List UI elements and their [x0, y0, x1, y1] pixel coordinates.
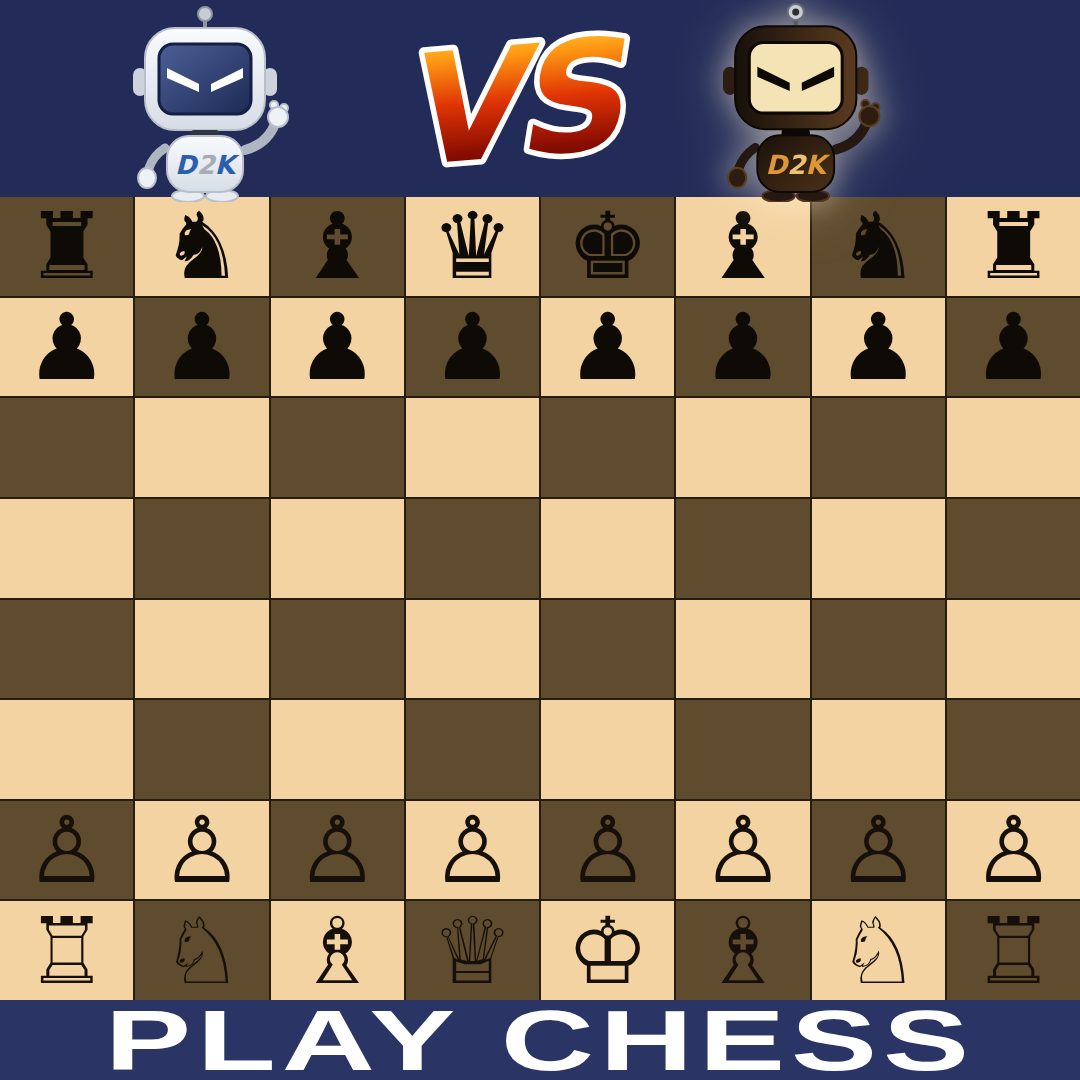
square-b8[interactable]: ♞	[135, 197, 268, 296]
square-f6[interactable]	[676, 398, 809, 497]
piece-black-knight[interactable]: ♞	[837, 201, 919, 293]
piece-black-bishop[interactable]: ♝	[702, 201, 784, 293]
square-c4[interactable]	[271, 600, 404, 699]
piece-white-knight[interactable]: ♘	[161, 906, 243, 998]
square-e7[interactable]: ♟︎	[541, 298, 674, 397]
square-b4[interactable]	[135, 600, 268, 699]
hand-left	[138, 168, 156, 188]
piece-white-rook[interactable]: ♖	[25, 906, 107, 998]
square-b7[interactable]: ♟︎	[135, 298, 268, 397]
square-f2[interactable]: ♙	[676, 801, 809, 900]
square-h3[interactable]	[947, 700, 1080, 799]
square-c6[interactable]	[271, 398, 404, 497]
square-a6[interactable]	[0, 398, 133, 497]
square-g6[interactable]	[812, 398, 945, 497]
square-c1[interactable]: ♗	[271, 901, 404, 1000]
square-g5[interactable]	[812, 499, 945, 598]
square-b2[interactable]: ♙	[135, 801, 268, 900]
square-h4[interactable]	[947, 600, 1080, 699]
piece-white-pawn[interactable]: ♙	[837, 805, 919, 897]
piece-white-king[interactable]: ♔	[566, 906, 648, 998]
square-a4[interactable]	[0, 600, 133, 699]
square-d6[interactable]	[406, 398, 539, 497]
antenna-ball-core	[792, 9, 799, 16]
piece-black-pawn[interactable]: ♟︎	[296, 302, 378, 394]
square-c8[interactable]: ♝	[271, 197, 404, 296]
piece-black-pawn[interactable]: ♟︎	[566, 302, 648, 394]
chess-board: ♜♞♝♛♚♝♞♜♟︎♟︎♟︎♟︎♟︎♟︎♟︎♟︎♙♙♙♙♙♙♙♙♖♘♗♕♔♗♘♖	[0, 197, 1080, 1000]
square-a2[interactable]: ♙	[0, 801, 133, 900]
piece-black-queen[interactable]: ♛	[431, 201, 513, 293]
piece-white-pawn[interactable]: ♙	[431, 805, 513, 897]
square-d1[interactable]: ♕	[406, 901, 539, 1000]
robot-mascot-dark: D2K	[716, 0, 930, 202]
arm-right-waving	[836, 123, 866, 149]
square-b1[interactable]: ♘	[135, 901, 268, 1000]
piece-white-queen[interactable]: ♕	[431, 906, 513, 998]
square-h7[interactable]: ♟︎	[947, 298, 1080, 397]
square-a5[interactable]	[0, 499, 133, 598]
square-b6[interactable]	[135, 398, 268, 497]
square-f5[interactable]	[676, 499, 809, 598]
arm-left	[149, 148, 165, 168]
square-d5[interactable]	[406, 499, 539, 598]
piece-white-bishop[interactable]: ♗	[702, 906, 784, 998]
square-f7[interactable]: ♟︎	[676, 298, 809, 397]
hand-left	[728, 168, 746, 188]
square-d3[interactable]	[406, 700, 539, 799]
square-h6[interactable]	[947, 398, 1080, 497]
piece-black-pawn[interactable]: ♟︎	[702, 302, 784, 394]
piece-black-bishop[interactable]: ♝	[296, 201, 378, 293]
piece-black-pawn[interactable]: ♟︎	[431, 302, 513, 394]
piece-black-rook[interactable]: ♜	[25, 201, 107, 293]
poster: D2K VS	[0, 0, 1080, 1080]
piece-white-pawn[interactable]: ♙	[566, 805, 648, 897]
square-g7[interactable]: ♟︎	[812, 298, 945, 397]
square-e2[interactable]: ♙	[541, 801, 674, 900]
piece-black-king[interactable]: ♚	[566, 201, 648, 293]
square-d4[interactable]	[406, 600, 539, 699]
square-a8[interactable]: ♜	[0, 197, 133, 296]
square-f1[interactable]: ♗	[676, 901, 809, 1000]
piece-black-pawn[interactable]: ♟︎	[161, 302, 243, 394]
arm-right-waving	[245, 124, 275, 150]
d2k-logo: D2K	[766, 150, 831, 180]
robot-mascot-white: D2K	[126, 2, 338, 202]
antenna-ball-icon	[198, 7, 212, 21]
square-d8[interactable]: ♛	[406, 197, 539, 296]
square-f8[interactable]: ♝	[676, 197, 809, 296]
vs-text: VS	[393, 8, 634, 200]
square-h8[interactable]: ♜	[947, 197, 1080, 296]
square-a3[interactable]	[0, 700, 133, 799]
square-h2[interactable]: ♙	[947, 801, 1080, 900]
piece-white-pawn[interactable]: ♙	[25, 805, 107, 897]
hand-right	[268, 107, 288, 127]
square-g3[interactable]	[812, 700, 945, 799]
square-c7[interactable]: ♟︎	[271, 298, 404, 397]
piece-black-pawn[interactable]: ♟︎	[837, 302, 919, 394]
arm-left	[739, 147, 755, 167]
piece-black-rook[interactable]: ♜	[972, 201, 1054, 293]
page-title: PLAY CHESS	[105, 997, 975, 1080]
piece-white-rook[interactable]: ♖	[972, 906, 1054, 998]
footer-band: PLAY CHESS	[0, 1000, 1080, 1080]
d2k-logo: D2K	[175, 150, 240, 180]
square-a7[interactable]: ♟︎	[0, 298, 133, 397]
square-f3[interactable]	[676, 700, 809, 799]
piece-black-pawn[interactable]: ♟︎	[25, 302, 107, 394]
square-h5[interactable]	[947, 499, 1080, 598]
square-f4[interactable]	[676, 600, 809, 699]
piece-white-pawn[interactable]: ♙	[161, 805, 243, 897]
square-e1[interactable]: ♔	[541, 901, 674, 1000]
square-g4[interactable]	[812, 600, 945, 699]
header: D2K VS	[0, 0, 1080, 197]
square-b3[interactable]	[135, 700, 268, 799]
piece-white-pawn[interactable]: ♙	[702, 805, 784, 897]
square-d2[interactable]: ♙	[406, 801, 539, 900]
square-h1[interactable]: ♖	[947, 901, 1080, 1000]
square-g2[interactable]: ♙	[812, 801, 945, 900]
vs-graphic: VS	[388, 8, 634, 200]
square-g1[interactable]: ♘	[812, 901, 945, 1000]
square-b5[interactable]	[135, 499, 268, 598]
piece-white-pawn[interactable]: ♙	[296, 805, 378, 897]
square-e5[interactable]	[541, 499, 674, 598]
piece-black-knight[interactable]: ♞	[161, 201, 243, 293]
square-d7[interactable]: ♟︎	[406, 298, 539, 397]
piece-white-pawn[interactable]: ♙	[972, 805, 1054, 897]
piece-white-knight[interactable]: ♘	[837, 906, 919, 998]
hand-right	[859, 106, 879, 126]
square-e3[interactable]	[541, 700, 674, 799]
piece-black-pawn[interactable]: ♟︎	[972, 302, 1054, 394]
square-e6[interactable]	[541, 398, 674, 497]
square-c3[interactable]	[271, 700, 404, 799]
square-e8[interactable]: ♚	[541, 197, 674, 296]
square-e4[interactable]	[541, 600, 674, 699]
square-g8[interactable]: ♞	[812, 197, 945, 296]
square-c2[interactable]: ♙	[271, 801, 404, 900]
piece-white-bishop[interactable]: ♗	[296, 906, 378, 998]
square-a1[interactable]: ♖	[0, 901, 133, 1000]
square-c5[interactable]	[271, 499, 404, 598]
